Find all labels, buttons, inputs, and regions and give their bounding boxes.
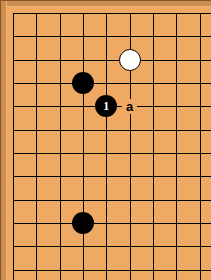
board-edge-left [1, 1, 7, 280]
black-stone[interactable] [72, 212, 94, 234]
board-edge-top [1, 1, 211, 7]
go-board-diagram: 1a [0, 0, 211, 280]
stones-layer: 1a [1, 1, 211, 280]
white-stone[interactable] [119, 49, 141, 71]
point-marker-a[interactable]: a [122, 99, 137, 114]
black-stone[interactable] [72, 72, 94, 94]
black-stone[interactable]: 1 [95, 95, 117, 117]
stone-number: 1 [103, 100, 109, 112]
